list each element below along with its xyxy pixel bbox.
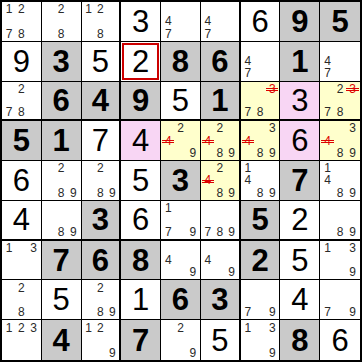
cell-r6c6[interactable]: 789 <box>201 201 241 241</box>
pencil-mark-9: 9 <box>346 226 359 238</box>
cell-r3c6[interactable]: 1 <box>201 82 241 122</box>
cell-digit: 6 <box>53 85 70 116</box>
cell-r8c2[interactable]: 5 <box>42 280 82 320</box>
cell-digit: 6 <box>132 204 149 235</box>
cell-r3c7[interactable]: 378 <box>241 82 281 122</box>
pencil-mark-1: 1 <box>242 321 254 334</box>
pencil-slot-empty <box>28 306 40 318</box>
cell-r7c8[interactable]: 5 <box>280 241 320 281</box>
pencil-slot-empty <box>254 67 266 79</box>
pencil-slot-empty <box>346 135 359 147</box>
pencil-slot-empty <box>321 281 334 293</box>
cell-digit: 3 <box>211 284 228 315</box>
pencil-slot-empty <box>334 294 347 306</box>
pencil-marks: 1489 <box>321 162 359 199</box>
pencil-slot-empty <box>174 28 186 40</box>
pencil-slot-empty <box>174 266 186 278</box>
pencil-mark-2: 2 <box>55 3 67 15</box>
cell-r7c1[interactable]: 13 <box>2 241 42 281</box>
pencil-slot-empty <box>174 334 186 347</box>
cell-r5c5[interactable]: 3 <box>161 161 201 201</box>
pencil-slot-empty <box>55 214 67 226</box>
cell-r4c4[interactable]: 4 <box>121 121 161 161</box>
cell-r1c5[interactable]: 47 <box>161 2 201 42</box>
cell-r8c6[interactable]: 3 <box>201 280 241 320</box>
pencil-slot-empty <box>266 281 278 293</box>
pencil-mark-8: 8 <box>94 187 106 199</box>
pencil-mark-1: 1 <box>3 3 15 15</box>
pencil-slot-empty <box>43 202 55 214</box>
pencil-mark-9: 9 <box>187 226 199 238</box>
pencil-mark-8: 8 <box>334 187 347 199</box>
cell-r6c1[interactable]: 4 <box>2 201 42 241</box>
pencil-slot-empty <box>242 122 254 134</box>
cell-digit: 6 <box>251 6 268 37</box>
pencil-slot-empty <box>226 214 238 226</box>
pencil-slot-empty <box>242 83 254 95</box>
pencil-slot-empty <box>266 106 278 118</box>
pencil-slot-empty <box>266 67 278 79</box>
pencil-marks: 49 <box>202 242 238 279</box>
cell-r5c1[interactable]: 6 <box>2 161 42 201</box>
cell-r1c1[interactable]: 1278 <box>2 2 42 42</box>
pencil-slot-empty <box>226 28 238 40</box>
pencil-slot-empty <box>55 174 67 186</box>
eliminated-mark-3: 3 <box>346 83 359 95</box>
pencil-slot-empty <box>43 15 55 27</box>
pencil-slot-empty <box>187 3 199 15</box>
pencil-slot-empty <box>334 202 347 214</box>
pencil-mark-8: 8 <box>254 147 266 159</box>
pencil-slot-empty <box>226 242 238 254</box>
pencil-slot-empty <box>174 147 186 159</box>
cell-r2c7[interactable]: 47 <box>241 42 281 82</box>
pencil-slot-empty <box>321 122 334 134</box>
pencil-mark-2: 2 <box>94 281 106 293</box>
pencil-slot-empty <box>346 55 359 67</box>
cell-r8c3[interactable]: 289 <box>82 280 122 320</box>
pencil-slot-empty <box>346 67 359 79</box>
pencil-marks: 47 <box>202 3 238 40</box>
pencil-slot-empty <box>174 135 186 147</box>
cell-r4c3[interactable]: 7 <box>82 121 122 161</box>
pencil-slot-empty <box>28 15 40 27</box>
cell-r5c6[interactable]: 2489 <box>201 161 241 201</box>
pencil-slot-empty <box>83 15 95 27</box>
cell-r4c8[interactable]: 6 <box>280 121 320 161</box>
pencil-slot-empty <box>254 294 266 306</box>
cell-r9c7[interactable]: 139 <box>241 320 281 360</box>
pencil-slot-empty <box>106 162 118 174</box>
pencil-mark-1: 1 <box>83 3 95 15</box>
eliminated-mark-4: 4 <box>202 174 214 186</box>
pencil-slot-empty <box>83 346 95 359</box>
cell-r4c5[interactable]: 249 <box>161 121 201 161</box>
cell-r6c4[interactable]: 6 <box>121 201 161 241</box>
eliminated-mark-4: 4 <box>242 135 254 147</box>
pencil-marks: 47 <box>321 43 359 80</box>
cell-r3c9[interactable]: 2378 <box>320 82 360 122</box>
pencil-slot-empty <box>242 346 254 359</box>
pencil-slot-empty <box>162 266 174 278</box>
pencil-mark-4: 4 <box>242 174 254 186</box>
cell-r4c2[interactable]: 1 <box>42 121 82 161</box>
pencil-slot-empty <box>346 106 359 118</box>
pencil-slot-empty <box>28 106 40 118</box>
pencil-slot-empty <box>28 83 40 95</box>
cell-r3c4[interactable]: 9 <box>121 82 161 122</box>
cell-digit: 6 <box>291 125 308 156</box>
pencil-slot-empty <box>321 202 334 214</box>
cell-r7c7[interactable]: 2 <box>241 241 281 281</box>
pencil-slot-empty <box>83 28 95 40</box>
pencil-marks: 79 <box>321 281 359 318</box>
cell-digit: 6 <box>13 165 30 196</box>
cell-digit: 9 <box>132 85 149 116</box>
cell-r5c7[interactable]: 1489 <box>241 161 281 201</box>
pencil-slot-empty <box>28 254 40 266</box>
pencil-slot-empty <box>67 202 79 214</box>
cell-r6c7[interactable]: 5 <box>241 201 281 241</box>
pencil-mark-3: 3 <box>266 321 278 334</box>
cell-r8c1[interactable]: 28 <box>2 280 42 320</box>
pencil-slot-empty <box>28 95 40 107</box>
cell-r2c2[interactable]: 3 <box>42 42 82 82</box>
cell-r8c7[interactable]: 79 <box>241 280 281 320</box>
pencil-mark-7: 7 <box>321 67 334 79</box>
cell-r6c5[interactable]: 179 <box>161 201 201 241</box>
cell-r3c1[interactable]: 278 <box>2 82 42 122</box>
pencil-mark-2: 2 <box>15 281 27 293</box>
cell-r1c9[interactable]: 5 <box>320 2 360 42</box>
cell-r8c5[interactable]: 6 <box>161 280 201 320</box>
pencil-slot-empty <box>334 306 347 318</box>
cell-digit: 5 <box>172 85 189 116</box>
pencil-slot-empty <box>226 174 238 186</box>
pencil-slot-empty <box>3 83 15 95</box>
pencil-slot-empty <box>321 226 334 238</box>
cell-r7c3[interactable]: 6 <box>82 241 122 281</box>
pencil-mark-8: 8 <box>55 226 67 238</box>
cell-r4c9[interactable]: 3489 <box>320 121 360 161</box>
cell-digit: 7 <box>53 245 70 276</box>
pencil-mark-2: 2 <box>214 122 226 134</box>
pencil-slot-empty <box>162 321 174 334</box>
pencil-slot-empty <box>94 346 106 359</box>
pencil-slot-empty <box>334 214 347 226</box>
pencil-mark-9: 9 <box>67 226 79 238</box>
pencil-mark-9: 9 <box>226 147 238 159</box>
pencil-slot-empty <box>254 346 266 359</box>
pencil-slot-empty <box>214 28 226 40</box>
eliminated-mark-3: 3 <box>266 83 278 95</box>
pencil-slot-empty <box>3 334 15 347</box>
pencil-slot-empty <box>28 334 40 347</box>
cell-digit: 4 <box>13 204 30 235</box>
pencil-slot-empty <box>254 281 266 293</box>
cell-r9c8[interactable]: 8 <box>280 320 320 360</box>
pencil-mark-3: 3 <box>346 122 359 134</box>
pencil-marks: 28 <box>3 281 40 318</box>
cell-r1c4[interactable]: 3 <box>121 2 161 42</box>
cell-digit: 2 <box>132 46 149 77</box>
pencil-mark-1: 1 <box>3 321 15 334</box>
pencil-marks: 13 <box>3 242 40 279</box>
pencil-slot-empty <box>67 3 79 15</box>
pencil-slot-empty <box>187 15 199 27</box>
pencil-slot-empty <box>321 187 334 199</box>
pencil-slot-empty <box>3 266 15 278</box>
cell-r7c9[interactable]: 139 <box>320 241 360 281</box>
pencil-slot-empty <box>187 28 199 40</box>
pencil-marks: 278 <box>3 83 40 119</box>
cell-r9c1[interactable]: 123 <box>2 320 42 360</box>
cell-r7c6[interactable]: 49 <box>201 241 241 281</box>
cell-digit: 4 <box>291 284 308 315</box>
pencil-slot-empty <box>226 3 238 15</box>
pencil-slot-empty <box>214 254 226 266</box>
pencil-marks: 249 <box>162 122 199 159</box>
pencil-slot-empty <box>28 3 40 15</box>
pencil-slot-empty <box>266 174 278 186</box>
cell-r2c8[interactable]: 1 <box>280 42 320 82</box>
pencil-slot-empty <box>254 55 266 67</box>
pencil-mark-9: 9 <box>266 147 278 159</box>
cell-r2c5[interactable]: 8 <box>161 42 201 82</box>
pencil-slot-empty <box>254 174 266 186</box>
cell-r2c3[interactable]: 5 <box>82 42 122 82</box>
pencil-mark-4: 4 <box>202 15 214 27</box>
pencil-mark-2: 2 <box>15 83 27 95</box>
pencil-slot-empty <box>43 187 55 199</box>
pencil-mark-2: 2 <box>94 3 106 15</box>
cell-r3c2[interactable]: 6 <box>42 82 82 122</box>
cell-digit: 8 <box>132 245 149 276</box>
cell-r7c4[interactable]: 8 <box>121 241 161 281</box>
pencil-slot-empty <box>106 321 118 334</box>
pencil-slot-empty <box>321 254 334 266</box>
pencil-slot-empty <box>334 281 347 293</box>
pencil-slot-empty <box>266 334 278 347</box>
cell-digit: 7 <box>291 165 308 196</box>
cell-r5c4[interactable]: 5 <box>121 161 161 201</box>
cell-digit: 3 <box>132 6 149 37</box>
pencil-slot-empty <box>334 254 347 266</box>
pencil-slot-empty <box>254 43 266 55</box>
pencil-mark-9: 9 <box>266 346 278 359</box>
pencil-slot-empty <box>174 226 186 238</box>
pencil-marks: 47 <box>242 43 279 80</box>
pencil-slot-empty <box>187 122 199 134</box>
pencil-marks: 129 <box>83 321 119 359</box>
pencil-mark-7: 7 <box>202 226 214 238</box>
pencil-slot-empty <box>334 162 347 174</box>
pencil-slot-empty <box>187 135 199 147</box>
pencil-mark-8: 8 <box>94 28 106 40</box>
pencil-slot-empty <box>28 294 40 306</box>
pencil-mark-8: 8 <box>254 187 266 199</box>
cell-r8c8[interactable]: 4 <box>280 280 320 320</box>
pencil-slot-empty <box>214 135 226 147</box>
cell-r6c2[interactable]: 89 <box>42 201 82 241</box>
pencil-slot-empty <box>174 3 186 15</box>
pencil-mark-2: 2 <box>174 321 186 334</box>
pencil-slot-empty <box>321 147 334 159</box>
pencil-slot-empty <box>334 122 347 134</box>
cell-r1c2[interactable]: 28 <box>42 2 82 42</box>
cell-r9c2[interactable]: 4 <box>42 320 82 360</box>
pencil-mark-9: 9 <box>346 306 359 318</box>
cell-digit: 1 <box>291 46 308 77</box>
pencil-mark-7: 7 <box>3 28 15 40</box>
eliminated-mark-4: 4 <box>321 135 334 147</box>
pencil-slot-empty <box>28 28 40 40</box>
cell-r4c1[interactable]: 5 <box>2 121 42 161</box>
pencil-slot-empty <box>15 334 27 347</box>
pencil-slot-empty <box>83 294 95 306</box>
pencil-mark-9: 9 <box>106 346 118 359</box>
cell-r8c4[interactable]: 1 <box>121 280 161 320</box>
pencil-marks: 1278 <box>3 3 40 40</box>
cell-r5c8[interactable]: 7 <box>280 161 320 201</box>
cell-r2c1[interactable]: 9 <box>2 42 42 82</box>
pencil-marks: 1489 <box>242 162 279 199</box>
cell-digit: 5 <box>251 204 268 235</box>
pencil-marks: 123 <box>3 321 40 359</box>
cell-r7c5[interactable]: 49 <box>161 241 201 281</box>
cell-r1c3[interactable]: 128 <box>82 2 122 42</box>
cell-r4c7[interactable]: 3489 <box>241 121 281 161</box>
pencil-mark-9: 9 <box>346 266 359 278</box>
pencil-mark-9: 9 <box>226 226 238 238</box>
pencil-slot-empty <box>214 214 226 226</box>
cell-digit: 1 <box>132 284 149 315</box>
pencil-slot-empty <box>3 254 15 266</box>
cell-r5c9[interactable]: 1489 <box>320 161 360 201</box>
pencil-slot-empty <box>15 346 27 359</box>
cell-digit: 9 <box>13 46 30 77</box>
cell-digit: 6 <box>211 46 228 77</box>
cell-r6c9[interactable]: 89 <box>320 201 360 241</box>
cell-digit: 5 <box>291 245 308 276</box>
pencil-marks: 289 <box>43 162 80 199</box>
pencil-slot-empty <box>214 3 226 15</box>
pencil-slot-empty <box>202 147 214 159</box>
pencil-slot-empty <box>162 214 174 226</box>
pencil-slot-empty <box>187 202 199 214</box>
pencil-mark-9: 9 <box>226 187 238 199</box>
cell-digit: 5 <box>211 325 228 356</box>
pencil-slot-empty <box>214 174 226 186</box>
pencil-marks: 128 <box>83 3 119 40</box>
cell-r9c9[interactable]: 6 <box>320 320 360 360</box>
pencil-marks: 29 <box>162 321 199 359</box>
pencil-slot-empty <box>174 202 186 214</box>
cell-r6c8[interactable]: 2 <box>280 201 320 241</box>
cell-r9c5[interactable]: 29 <box>161 320 201 360</box>
pencil-mark-8: 8 <box>94 306 106 318</box>
cell-digit: 8 <box>291 325 308 356</box>
pencil-slot-empty <box>28 346 40 359</box>
cell-digit: 1 <box>211 85 228 116</box>
pencil-mark-8: 8 <box>15 28 27 40</box>
pencil-mark-7: 7 <box>242 306 254 318</box>
pencil-mark-3: 3 <box>346 242 359 254</box>
cell-r1c7[interactable]: 6 <box>241 2 281 42</box>
pencil-mark-8: 8 <box>334 106 347 118</box>
cell-r5c2[interactable]: 289 <box>42 161 82 201</box>
cell-r3c8[interactable]: 3 <box>280 82 320 122</box>
cell-r4c6[interactable]: 2489 <box>201 121 241 161</box>
cell-r2c9[interactable]: 47 <box>320 42 360 82</box>
pencil-marks: 89 <box>43 202 80 238</box>
pencil-slot-empty <box>174 15 186 27</box>
pencil-marks: 2378 <box>321 83 359 119</box>
pencil-marks: 49 <box>162 242 199 279</box>
pencil-mark-4: 4 <box>202 254 214 266</box>
pencil-slot-empty <box>226 122 238 134</box>
cell-r7c2[interactable]: 7 <box>42 241 82 281</box>
cell-r1c8[interactable]: 9 <box>280 2 320 42</box>
eliminated-mark-4: 4 <box>202 135 214 147</box>
cell-r9c6[interactable]: 5 <box>201 320 241 360</box>
pencil-mark-9: 9 <box>266 306 278 318</box>
cell-r9c4[interactable]: 7 <box>121 320 161 360</box>
pencil-slot-empty <box>28 266 40 278</box>
cell-r8c9[interactable]: 79 <box>320 280 360 320</box>
cell-r3c5[interactable]: 5 <box>161 82 201 122</box>
cell-r1c6[interactable]: 47 <box>201 2 241 42</box>
pencil-slot-empty <box>187 242 199 254</box>
cell-r9c3[interactable]: 129 <box>82 320 122 360</box>
eliminated-mark-4: 4 <box>162 135 174 147</box>
cell-r6c3[interactable]: 3 <box>82 201 122 241</box>
pencil-slot-empty <box>67 15 79 27</box>
pencil-mark-2: 2 <box>94 321 106 334</box>
pencil-slot-empty <box>67 174 79 186</box>
pencil-marks: 89 <box>321 202 359 238</box>
cell-r5c3[interactable]: 289 <box>82 161 122 201</box>
pencil-slot-empty <box>187 214 199 226</box>
pencil-slot-empty <box>334 266 347 278</box>
pencil-mark-2: 2 <box>15 321 27 334</box>
cell-r2c4[interactable]: 2 <box>121 42 161 82</box>
pencil-marks: 28 <box>43 3 80 40</box>
pencil-mark-9: 9 <box>187 266 199 278</box>
pencil-slot-empty <box>83 174 95 186</box>
pencil-slot-empty <box>67 214 79 226</box>
pencil-marks: 289 <box>83 281 119 318</box>
pencil-slot-empty <box>162 147 174 159</box>
pencil-marks: 139 <box>242 321 279 359</box>
pencil-slot-empty <box>242 281 254 293</box>
pencil-slot-empty <box>174 346 186 359</box>
pencil-slot-empty <box>28 281 40 293</box>
pencil-slot-empty <box>202 187 214 199</box>
cell-digit: 3 <box>92 204 109 235</box>
pencil-mark-9: 9 <box>346 147 359 159</box>
pencil-mark-3: 3 <box>266 122 278 134</box>
pencil-mark-4: 4 <box>162 15 174 27</box>
pencil-slot-empty <box>254 83 266 95</box>
pencil-slot-empty <box>242 147 254 159</box>
cell-r3c3[interactable]: 4 <box>82 82 122 122</box>
pencil-mark-9: 9 <box>266 187 278 199</box>
pencil-mark-1: 1 <box>162 202 174 214</box>
pencil-mark-7: 7 <box>3 106 15 118</box>
pencil-slot-empty <box>254 122 266 134</box>
cell-r2c6[interactable]: 6 <box>201 42 241 82</box>
